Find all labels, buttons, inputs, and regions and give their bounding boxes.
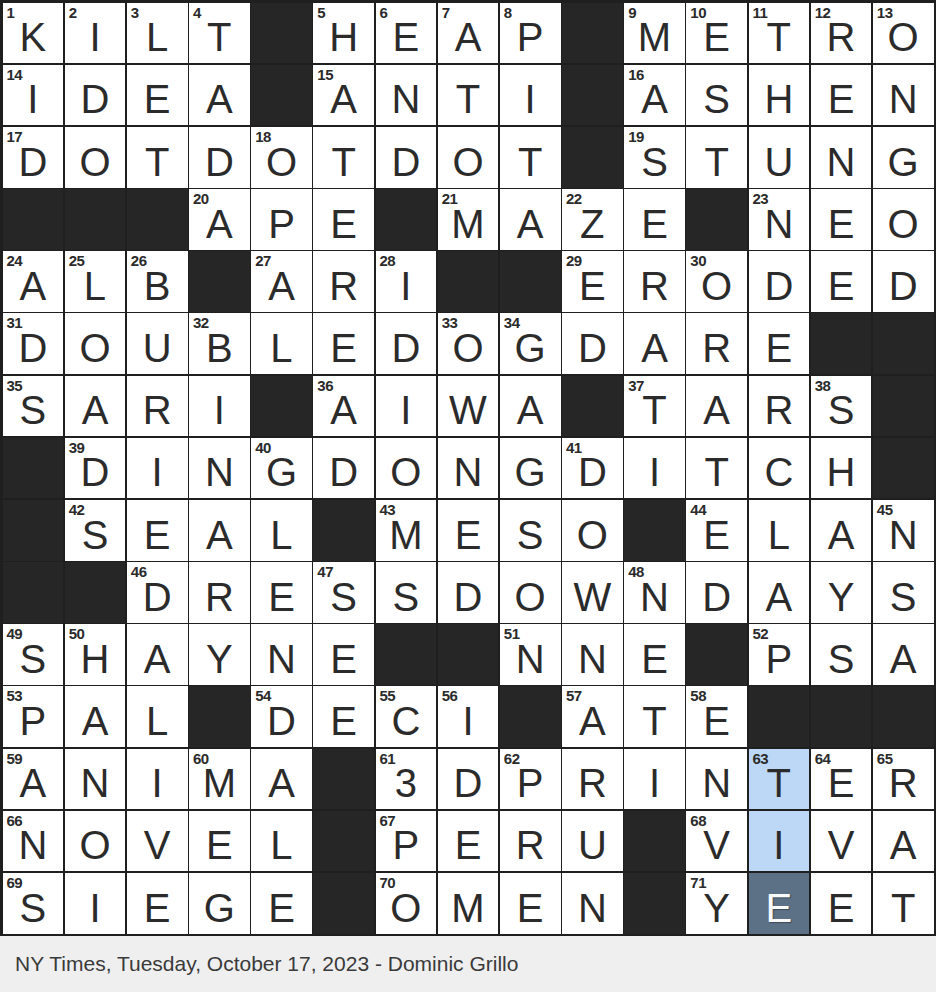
grid-cell[interactable]: 70O (376, 873, 437, 934)
cell-letter: D (267, 701, 296, 747)
grid-cell[interactable]: 58E (686, 686, 747, 747)
grid-cell[interactable]: 24A (3, 251, 64, 312)
grid-cell[interactable]: D (376, 127, 437, 188)
grid-cell[interactable]: 32B (189, 313, 250, 374)
cell-letter: G (266, 452, 297, 498)
cell-number: 63 (753, 750, 769, 767)
grid-cell[interactable]: O (65, 811, 126, 872)
grid-cell[interactable]: N (376, 65, 437, 126)
grid-cell[interactable]: 33O (438, 313, 499, 374)
grid-cell[interactable]: 55C (376, 686, 437, 747)
grid-cell[interactable]: E (127, 65, 188, 126)
grid-cell[interactable]: E (251, 562, 312, 623)
cell-letter: E (765, 328, 792, 374)
grid-cell[interactable]: O (873, 189, 934, 250)
cell-letter: A (517, 390, 544, 436)
grid-cell[interactable]: 45N (873, 500, 934, 561)
cell-letter: S (19, 639, 46, 685)
cell-letter: E (330, 328, 357, 374)
grid-cell[interactable]: 36A (313, 376, 374, 437)
grid-cell[interactable]: I (127, 438, 188, 499)
cell-number: 2 (69, 4, 77, 21)
grid-cell[interactable]: 38S (811, 376, 872, 437)
grid-cell[interactable]: 64E (811, 749, 872, 810)
cell-number: 29 (566, 252, 582, 269)
grid-cell[interactable]: L (251, 500, 312, 561)
grid-cell[interactable]: 25L (65, 251, 126, 312)
grid-cell[interactable]: A (873, 624, 934, 685)
grid-cell[interactable]: S (686, 65, 747, 126)
grid-cell[interactable]: N (438, 438, 499, 499)
cell-number: 40 (255, 439, 271, 456)
grid-cell[interactable]: 14I (3, 65, 64, 126)
grid-cell[interactable]: N (251, 624, 312, 685)
grid-cell[interactable]: 22Z (562, 189, 623, 250)
black-cell (562, 65, 623, 126)
grid-cell[interactable]: T (686, 438, 747, 499)
grid-cell[interactable]: E (438, 500, 499, 561)
cell-letter: D (702, 577, 731, 623)
grid-cell[interactable]: E (811, 65, 872, 126)
grid-cell[interactable]: E (811, 189, 872, 250)
black-cell (811, 686, 872, 747)
grid-cell[interactable]: Y (189, 624, 250, 685)
cell-letter: A (206, 515, 233, 561)
grid-cell[interactable]: H (749, 65, 810, 126)
cell-letter: T (518, 142, 542, 188)
grid-cell[interactable]: N (189, 438, 250, 499)
grid-cell[interactable]: D (313, 438, 374, 499)
grid-cell[interactable]: E (500, 873, 561, 934)
grid-cell[interactable]: 12R (811, 3, 872, 64)
grid-cell[interactable]: G (500, 438, 561, 499)
cell-number: 12 (815, 4, 831, 21)
grid-cell[interactable]: 23N (749, 189, 810, 250)
grid-cell[interactable]: Y (811, 562, 872, 623)
black-cell (189, 686, 250, 747)
grid-cell[interactable]: A (873, 811, 934, 872)
grid-cell[interactable]: 68V (686, 811, 747, 872)
cell-letter: L (270, 328, 292, 374)
grid-cell[interactable]: D (189, 127, 250, 188)
grid-cell[interactable]: D (438, 749, 499, 810)
black-cell (189, 251, 250, 312)
grid-cell[interactable]: A (500, 189, 561, 250)
grid-cell[interactable]: I (624, 438, 685, 499)
grid-cell[interactable]: 28I (376, 251, 437, 312)
grid-cell[interactable]: 42S (65, 500, 126, 561)
grid-cell[interactable]: I (624, 749, 685, 810)
cell-letter: A (765, 577, 792, 623)
grid-cell[interactable]: I (127, 749, 188, 810)
grid-cell[interactable]: R (313, 251, 374, 312)
grid-cell[interactable]: 18O (251, 127, 312, 188)
grid-cell[interactable]: I (65, 873, 126, 934)
grid-cell[interactable]: S (376, 562, 437, 623)
grid-cell[interactable]: 34G (500, 313, 561, 374)
grid-cell[interactable]: 67P (376, 811, 437, 872)
grid-cell[interactable]: 3L (127, 3, 188, 64)
grid-cell[interactable]: S (873, 562, 934, 623)
grid-cell[interactable]: E (749, 873, 810, 934)
grid-cell[interactable]: U (749, 127, 810, 188)
cell-letter: E (330, 639, 357, 685)
grid-cell[interactable]: E (313, 189, 374, 250)
grid-cell[interactable]: A (65, 686, 126, 747)
cell-letter: D (143, 577, 172, 623)
grid-cell[interactable]: 20A (189, 189, 250, 250)
cell-letter: Y (703, 888, 730, 934)
grid-cell[interactable]: 41D (562, 438, 623, 499)
grid-cell[interactable]: 6E (376, 3, 437, 64)
cell-number: 59 (7, 750, 23, 767)
grid-cell[interactable]: 29E (562, 251, 623, 312)
cell-number: 30 (690, 252, 706, 269)
grid-cell[interactable]: I (749, 811, 810, 872)
grid-cell[interactable]: R (686, 313, 747, 374)
black-cell (438, 251, 499, 312)
cell-number: 61 (380, 750, 396, 767)
black-cell (873, 438, 934, 499)
grid-cell[interactable]: R (562, 749, 623, 810)
cell-letter: W (449, 390, 487, 436)
cell-letter: N (205, 452, 234, 498)
grid-cell[interactable]: D (376, 313, 437, 374)
grid-cell[interactable]: 15A (313, 65, 374, 126)
grid-cell[interactable]: L (127, 686, 188, 747)
grid-cell[interactable]: E (811, 873, 872, 934)
grid-cell[interactable]: 63T (749, 749, 810, 810)
grid-cell[interactable]: 21M (438, 189, 499, 250)
cell-letter: I (773, 825, 784, 871)
grid-cell[interactable]: E (251, 873, 312, 934)
cell-letter: G (515, 452, 546, 498)
cell-letter: T (767, 17, 791, 63)
grid-cell[interactable]: 40G (251, 438, 312, 499)
cell-letter: N (889, 79, 918, 125)
grid-cell[interactable]: E (313, 624, 374, 685)
cell-letter: R (143, 390, 172, 436)
grid-cell[interactable]: 10E (686, 3, 747, 64)
grid-cell[interactable]: O (65, 127, 126, 188)
cell-letter: A (579, 701, 606, 747)
cell-number: 37 (628, 377, 644, 394)
cell-letter: S (19, 390, 46, 436)
grid-cell[interactable]: O (500, 562, 561, 623)
grid-cell[interactable]: 26B (127, 251, 188, 312)
grid-cell[interactable]: 4T (189, 3, 250, 64)
cell-number: 8 (504, 4, 512, 21)
grid-cell[interactable]: N (562, 873, 623, 934)
grid-cell[interactable]: 57A (562, 686, 623, 747)
cell-number: 26 (131, 252, 147, 269)
grid-cell[interactable]: 51N (500, 624, 561, 685)
grid-cell[interactable]: U (127, 313, 188, 374)
grid-cell[interactable]: W (562, 562, 623, 623)
grid-cell[interactable]: E (127, 500, 188, 561)
grid-cell[interactable]: D (65, 65, 126, 126)
grid-cell[interactable]: A (189, 500, 250, 561)
grid-cell[interactable]: M (438, 873, 499, 934)
cell-letter: H (81, 639, 110, 685)
black-cell (313, 749, 374, 810)
cell-letter: I (27, 79, 38, 125)
grid-cell[interactable]: 31D (3, 313, 64, 374)
grid-cell[interactable]: 49S (3, 624, 64, 685)
black-cell (749, 686, 810, 747)
grid-cell[interactable]: 52P (749, 624, 810, 685)
cell-letter: D (454, 577, 483, 623)
grid-cell[interactable]: 16A (624, 65, 685, 126)
grid-cell[interactable]: E (313, 313, 374, 374)
cell-number: 28 (380, 252, 396, 269)
grid-cell[interactable]: R (189, 562, 250, 623)
grid-cell[interactable]: L (251, 313, 312, 374)
grid-cell[interactable]: T (313, 127, 374, 188)
grid-cell[interactable]: E (313, 686, 374, 747)
black-cell (624, 873, 685, 934)
cell-letter: G (204, 888, 235, 934)
grid-cell[interactable]: T (873, 873, 934, 934)
black-cell (251, 376, 312, 437)
grid-cell[interactable]: 37T (624, 376, 685, 437)
cell-number: 47 (317, 563, 333, 580)
cell-letter: D (764, 266, 793, 312)
grid-cell[interactable]: 2I (65, 3, 126, 64)
grid-cell[interactable]: A (686, 376, 747, 437)
grid-cell[interactable]: O (376, 438, 437, 499)
cell-letter: Y (828, 577, 855, 623)
cell-number: 62 (504, 750, 520, 767)
cell-number: 9 (628, 4, 636, 21)
grid-cell[interactable]: U (562, 811, 623, 872)
grid-cell[interactable]: D (438, 562, 499, 623)
grid-cell[interactable]: N (686, 749, 747, 810)
cell-letter: E (392, 17, 419, 63)
grid-cell[interactable]: 9M (624, 3, 685, 64)
cell-letter: E (206, 825, 233, 871)
black-cell (624, 500, 685, 561)
grid-cell[interactable]: S (811, 624, 872, 685)
grid-cell[interactable]: D (749, 251, 810, 312)
cell-letter: L (84, 266, 106, 312)
grid-cell[interactable]: D (873, 251, 934, 312)
grid-cell[interactable]: 56I (438, 686, 499, 747)
grid-cell[interactable]: A (251, 749, 312, 810)
grid-cell[interactable]: 54D (251, 686, 312, 747)
cell-letter: L (768, 515, 790, 561)
grid-cell[interactable]: 1K (3, 3, 64, 64)
grid-cell[interactable]: A (811, 500, 872, 561)
grid-cell[interactable]: 62P (500, 749, 561, 810)
cell-letter: D (18, 328, 47, 374)
grid-cell[interactable]: 50H (65, 624, 126, 685)
cell-number: 24 (7, 252, 23, 269)
grid-cell[interactable]: I (189, 376, 250, 437)
grid-cell[interactable]: V (811, 811, 872, 872)
grid-cell[interactable]: T (686, 127, 747, 188)
cell-letter: A (268, 763, 295, 809)
grid-cell[interactable]: D (686, 562, 747, 623)
cell-letter: D (81, 79, 110, 125)
grid-cell[interactable]: N (873, 65, 934, 126)
cell-number: 7 (442, 4, 450, 21)
grid-cell[interactable]: G (873, 127, 934, 188)
cell-letter: T (207, 17, 231, 63)
cell-letter: I (400, 266, 411, 312)
cell-letter: L (270, 515, 292, 561)
grid-cell[interactable]: O (65, 313, 126, 374)
cell-letter: O (452, 328, 483, 374)
cell-number: 51 (504, 625, 520, 642)
grid-cell[interactable]: 8P (500, 3, 561, 64)
grid-cell[interactable]: 48N (624, 562, 685, 623)
cell-letter: U (764, 142, 793, 188)
grid-cell[interactable]: 19S (624, 127, 685, 188)
grid-cell[interactable]: I (500, 65, 561, 126)
cell-letter: Y (206, 639, 233, 685)
grid-cell[interactable]: 65R (873, 749, 934, 810)
cell-letter: P (517, 763, 544, 809)
grid-cell[interactable]: E (438, 811, 499, 872)
cell-number: 70 (380, 874, 396, 891)
grid-cell[interactable]: T (624, 686, 685, 747)
black-cell (3, 500, 64, 561)
grid-cell[interactable]: R (749, 376, 810, 437)
grid-cell[interactable]: G (189, 873, 250, 934)
grid-cell[interactable]: I (376, 376, 437, 437)
cell-letter: M (451, 888, 484, 934)
grid-cell[interactable]: 59A (3, 749, 64, 810)
cell-letter: R (516, 825, 545, 871)
cell-letter: S (828, 390, 855, 436)
cell-letter: A (455, 17, 482, 63)
black-cell (65, 189, 126, 250)
cell-letter: A (641, 79, 668, 125)
cell-letter: S (82, 515, 109, 561)
grid-cell[interactable]: H (811, 438, 872, 499)
cell-letter: B (206, 328, 233, 374)
black-cell (313, 811, 374, 872)
black-cell (65, 562, 126, 623)
grid-cell[interactable]: D (562, 313, 623, 374)
grid-cell[interactable]: C (749, 438, 810, 499)
grid-cell[interactable]: T (438, 65, 499, 126)
grid-cell[interactable]: W (438, 376, 499, 437)
grid-cell[interactable]: 69S (3, 873, 64, 934)
cell-letter: O (79, 328, 110, 374)
cell-letter: 3 (395, 763, 417, 809)
grid-cell[interactable]: 35S (3, 376, 64, 437)
grid-cell[interactable]: A (189, 65, 250, 126)
grid-cell[interactable]: O (562, 500, 623, 561)
cell-number: 42 (69, 501, 85, 518)
cell-letter: A (206, 79, 233, 125)
cell-letter: E (703, 515, 730, 561)
grid-cell[interactable]: T (500, 127, 561, 188)
grid-cell[interactable]: L (251, 811, 312, 872)
grid-cell[interactable]: A (749, 562, 810, 623)
cell-letter: I (462, 701, 473, 747)
cell-number: 44 (690, 501, 706, 518)
grid-cell[interactable]: A (500, 376, 561, 437)
grid-cell[interactable]: V (127, 811, 188, 872)
cell-letter: O (266, 142, 297, 188)
cell-letter: D (81, 452, 110, 498)
cell-letter: U (578, 825, 607, 871)
grid-cell[interactable]: R (624, 251, 685, 312)
grid-cell[interactable]: E (624, 189, 685, 250)
grid-cell[interactable]: 71Y (686, 873, 747, 934)
grid-cell[interactable]: R (500, 811, 561, 872)
cell-letter: A (890, 639, 917, 685)
grid-cell[interactable]: N (562, 624, 623, 685)
grid-cell[interactable]: 53P (3, 686, 64, 747)
grid-cell[interactable]: 47S (313, 562, 374, 623)
grid-cell[interactable]: A (127, 624, 188, 685)
cell-letter: I (525, 79, 536, 125)
grid-cell[interactable]: 613 (376, 749, 437, 810)
grid-cell[interactable]: N (811, 127, 872, 188)
grid-cell[interactable]: S (500, 500, 561, 561)
grid-cell[interactable]: N (65, 749, 126, 810)
grid-cell[interactable]: 43M (376, 500, 437, 561)
crossword-page: 1K2I3L4T5H6E7A8P9M10E11T12R13O14IDEA15AN… (0, 0, 936, 992)
cell-letter: A (19, 763, 46, 809)
grid-cell[interactable]: 5H (313, 3, 374, 64)
black-cell (686, 189, 747, 250)
grid-cell[interactable]: E (749, 313, 810, 374)
grid-cell[interactable]: 30O (686, 251, 747, 312)
cell-letter: C (391, 701, 420, 747)
grid-cell[interactable]: E (127, 873, 188, 934)
grid-cell[interactable]: 17D (3, 127, 64, 188)
grid-cell[interactable]: 66N (3, 811, 64, 872)
grid-cell[interactable]: T (127, 127, 188, 188)
grid-cell[interactable]: 60M (189, 749, 250, 810)
cell-number: 25 (69, 252, 85, 269)
grid-cell[interactable]: 39D (65, 438, 126, 499)
grid-cell[interactable]: 46D (127, 562, 188, 623)
grid-cell[interactable]: E (811, 251, 872, 312)
cell-letter: I (152, 763, 163, 809)
grid-cell[interactable]: 11T (749, 3, 810, 64)
grid-cell[interactable]: R (127, 376, 188, 437)
grid-cell[interactable]: E (624, 624, 685, 685)
cell-letter: O (79, 142, 110, 188)
cell-letter: V (144, 825, 171, 871)
grid-cell[interactable]: 7A (438, 3, 499, 64)
grid-cell[interactable]: 13O (873, 3, 934, 64)
cell-number: 46 (131, 563, 147, 580)
cell-number: 71 (690, 874, 706, 891)
cell-letter: S (330, 577, 357, 623)
grid-cell[interactable]: A (65, 376, 126, 437)
black-cell (562, 127, 623, 188)
grid-cell[interactable]: L (749, 500, 810, 561)
cell-letter: N (18, 825, 47, 871)
cell-number: 69 (7, 874, 23, 891)
cell-letter: O (390, 888, 421, 934)
grid-cell[interactable]: A (624, 313, 685, 374)
cell-letter: M (451, 204, 484, 250)
grid-cell[interactable]: P (251, 189, 312, 250)
grid-cell[interactable]: 44E (686, 500, 747, 561)
cell-letter: V (703, 825, 730, 871)
grid-cell[interactable]: E (189, 811, 250, 872)
grid-cell[interactable]: 27A (251, 251, 312, 312)
grid-cell[interactable]: O (438, 127, 499, 188)
